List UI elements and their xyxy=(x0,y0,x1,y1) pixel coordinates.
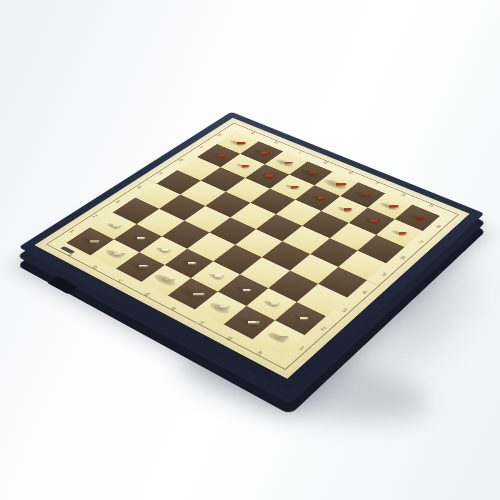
red-pawn-a7[interactable]: ♟ xyxy=(218,154,220,156)
red-pawn-f7[interactable]: ♟ xyxy=(344,208,346,210)
red-pawn-b7[interactable]: ♟ xyxy=(242,165,244,167)
red-knight-g8[interactable]: ♞ xyxy=(389,205,391,207)
chess-set-photo: aa88bb77cc66dd55ee44ff33gg22hh11 ♜♞♝♛♚♝♞… xyxy=(0,0,500,500)
red-king-e8[interactable]: ♚ xyxy=(336,183,338,185)
red-rook-a8[interactable]: ♜ xyxy=(237,142,239,144)
red-bishop-f8[interactable]: ♝ xyxy=(362,194,364,196)
red-bishop-c8[interactable]: ♝ xyxy=(285,162,287,164)
red-knight-b8[interactable]: ♞ xyxy=(261,152,263,154)
board-3d: aa88bb77cc66dd55ee44ff33gg22hh11 ♜♞♝♛♚♝♞… xyxy=(34,118,469,379)
photo-stage: aa88bb77cc66dd55ee44ff33gg22hh11 ♜♞♝♛♚♝♞… xyxy=(0,0,500,500)
red-pawn-e7[interactable]: ♟ xyxy=(317,197,319,199)
